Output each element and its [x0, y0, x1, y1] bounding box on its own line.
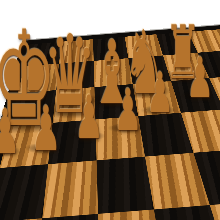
square-d6[interactable] — [94, 84, 138, 119]
square-b8[interactable] — [24, 42, 61, 67]
square-d7[interactable] — [94, 58, 133, 87]
square-c4[interactable] — [42, 160, 98, 218]
perspective-scene — [0, 0, 220, 220]
square-b6[interactable] — [10, 90, 56, 126]
chessboard-photo: ♚♛♝♞♜♟♟♟♟♟♟ — [0, 0, 220, 220]
camera-roll-layer — [0, 0, 220, 220]
square-c8[interactable] — [59, 39, 94, 63]
square-d8[interactable] — [93, 37, 128, 61]
square-c6[interactable] — [53, 87, 96, 123]
chess-board — [0, 19, 220, 220]
square-d5[interactable] — [95, 116, 145, 160]
square-b5[interactable] — [0, 123, 53, 168]
square-b4[interactable] — [0, 164, 48, 220]
square-c7[interactable] — [56, 61, 94, 90]
square-b7[interactable] — [18, 64, 59, 94]
square-c5[interactable] — [48, 119, 96, 164]
square-d4[interactable] — [97, 157, 154, 214]
